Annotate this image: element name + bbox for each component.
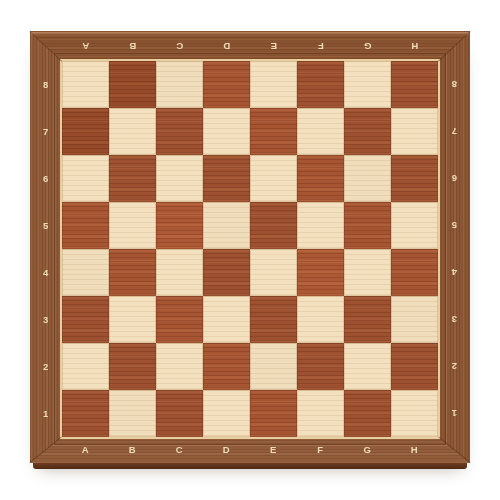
chessboard: ABCDEFGHABCDEFGH8765432187654321 [30,31,470,463]
square-b4 [109,249,156,296]
rank-label-left-7: 7 [30,108,62,155]
square-g4 [344,249,391,296]
square-f4 [297,249,344,296]
mitre-seam-bottom-left [29,436,61,463]
file-label-top-g: G [344,31,391,61]
square-d4 [203,249,250,296]
square-c6 [156,155,203,202]
file-label-bottom-b: B [109,437,156,463]
mitre-seam-top-left [29,31,62,62]
square-h6 [391,155,438,202]
square-c2 [156,343,203,390]
file-label-top-a: A [62,31,109,61]
file-label-bottom-c: C [156,437,203,463]
square-b7 [109,108,156,155]
square-e7 [250,108,297,155]
rank-label-left-8: 8 [30,61,62,108]
file-label-bottom-d: D [203,437,250,463]
square-b3 [109,296,156,343]
square-b8 [109,61,156,108]
square-a4 [62,249,109,296]
square-g2 [344,343,391,390]
file-label-bottom-g: G [344,437,391,463]
file-label-top-b: B [109,31,156,61]
rank-label-right-8: 8 [438,61,470,108]
square-e8 [250,61,297,108]
square-h5 [391,202,438,249]
square-g1 [344,390,391,437]
playing-field [62,61,438,437]
square-a6 [62,155,109,202]
file-label-top-d: D [203,31,250,61]
square-f1 [297,390,344,437]
rank-label-right-3: 3 [438,296,470,343]
rank-label-left-6: 6 [30,155,62,202]
file-label-top-c: C [156,31,203,61]
file-label-bottom-e: E [250,437,297,463]
frame-left [30,31,62,463]
square-b5 [109,202,156,249]
file-label-top-h: H [391,31,438,61]
square-f5 [297,202,344,249]
square-f7 [297,108,344,155]
square-c5 [156,202,203,249]
rank-label-left-4: 4 [30,249,62,296]
square-a7 [62,108,109,155]
square-a3 [62,296,109,343]
square-f6 [297,155,344,202]
square-a2 [62,343,109,390]
square-b1 [109,390,156,437]
square-h8 [391,61,438,108]
rank-label-right-4: 4 [438,249,470,296]
square-c8 [156,61,203,108]
square-c7 [156,108,203,155]
rank-label-right-6: 6 [438,155,470,202]
square-g6 [344,155,391,202]
square-f8 [297,61,344,108]
square-g3 [344,296,391,343]
file-label-top-f: F [297,31,344,61]
frame-right [438,31,470,463]
square-f2 [297,343,344,390]
file-label-bottom-a: A [62,437,109,463]
rank-label-left-2: 2 [30,343,62,390]
square-h3 [391,296,438,343]
rank-label-right-1: 1 [438,390,470,437]
square-c1 [156,390,203,437]
square-a1 [62,390,109,437]
rank-label-left-3: 3 [30,296,62,343]
square-h2 [391,343,438,390]
rank-label-right-5: 5 [438,202,470,249]
rank-label-left-5: 5 [30,202,62,249]
file-label-top-e: E [250,31,297,61]
square-d2 [203,343,250,390]
square-e5 [250,202,297,249]
square-a5 [62,202,109,249]
board-front-edge [33,463,467,469]
file-label-bottom-h: H [391,437,438,463]
square-d7 [203,108,250,155]
square-b6 [109,155,156,202]
square-d1 [203,390,250,437]
rank-label-right-2: 2 [438,343,470,390]
square-g5 [344,202,391,249]
frame-top [30,31,470,61]
mitre-seam-bottom-right [438,436,470,463]
square-c3 [156,296,203,343]
square-e4 [250,249,297,296]
square-e3 [250,296,297,343]
square-d6 [203,155,250,202]
rank-label-left-1: 1 [30,390,62,437]
square-h7 [391,108,438,155]
square-d5 [203,202,250,249]
mitre-seam-top-right [438,31,471,62]
square-g8 [344,61,391,108]
rank-label-right-7: 7 [438,108,470,155]
frame-bottom [30,437,470,463]
square-a8 [62,61,109,108]
file-label-bottom-f: F [297,437,344,463]
square-e2 [250,343,297,390]
square-h4 [391,249,438,296]
square-g7 [344,108,391,155]
square-h1 [391,390,438,437]
square-f3 [297,296,344,343]
square-d8 [203,61,250,108]
square-e1 [250,390,297,437]
square-b2 [109,343,156,390]
square-d3 [203,296,250,343]
square-c4 [156,249,203,296]
square-e6 [250,155,297,202]
